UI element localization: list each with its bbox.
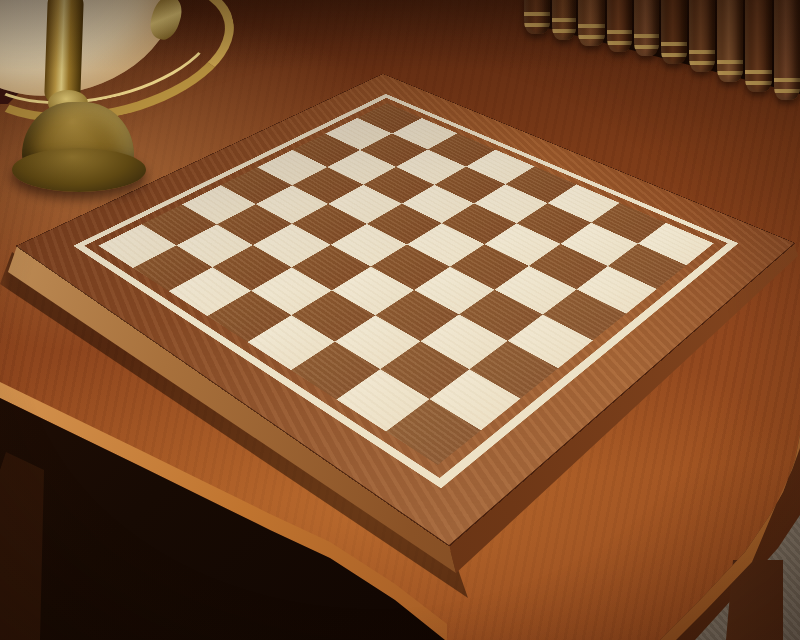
book-spine (745, 0, 772, 92)
scene (0, 0, 800, 640)
book-spine (524, 0, 550, 34)
bookshelf (524, 0, 800, 116)
book-spines (524, 0, 800, 116)
book-spine (717, 0, 743, 82)
book-spine (661, 0, 687, 64)
book-spine (607, 0, 633, 52)
book-spine (774, 0, 800, 100)
book-spine (634, 0, 659, 56)
book-spine (689, 0, 715, 72)
book-spine (578, 0, 604, 46)
book-spine (552, 0, 577, 40)
